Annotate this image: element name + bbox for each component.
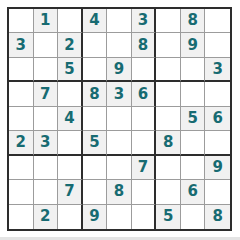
cell-r1c9[interactable] [205,9,230,33]
cell-r3c6[interactable] [132,58,157,82]
cell-r2c1: 3 [9,33,34,57]
cell-r6c1: 2 [9,131,34,155]
cell-r7c1[interactable] [9,156,34,180]
cell-r6c5[interactable] [107,131,132,155]
cell-r8c4[interactable] [83,180,108,204]
cell-r2c6: 8 [132,33,157,57]
sudoku-page: 1438328959378364562358797862958 [0,0,240,240]
cell-r8c3: 7 [58,180,83,204]
cell-r4c3[interactable] [58,82,83,106]
cell-r5c9: 6 [205,107,230,131]
cell-r2c5[interactable] [107,33,132,57]
cell-r4c2: 7 [34,82,59,106]
cell-r2c2[interactable] [34,33,59,57]
cell-r2c3: 2 [58,33,83,57]
cell-r6c8[interactable] [181,131,206,155]
cell-r1c4: 4 [83,9,108,33]
cell-r5c7[interactable] [156,107,181,131]
cell-r3c5: 9 [107,58,132,82]
cell-r5c5[interactable] [107,107,132,131]
cell-r1c2: 1 [34,9,59,33]
cell-r3c9: 3 [205,58,230,82]
cell-r2c7[interactable] [156,33,181,57]
cell-r8c6[interactable] [132,180,157,204]
cell-r6c2: 3 [34,131,59,155]
cell-r9c3[interactable] [58,205,83,229]
cell-r2c9[interactable] [205,33,230,57]
cell-r1c7[interactable] [156,9,181,33]
cell-r5c3: 4 [58,107,83,131]
cell-r4c4: 8 [83,82,108,106]
cell-r7c2[interactable] [34,156,59,180]
cell-r5c1[interactable] [9,107,34,131]
cell-r6c7: 8 [156,131,181,155]
cell-r7c4[interactable] [83,156,108,180]
cell-r8c5: 8 [107,180,132,204]
cell-r6c6[interactable] [132,131,157,155]
cell-r4c9[interactable] [205,82,230,106]
cell-r4c7[interactable] [156,82,181,106]
cell-r7c7[interactable] [156,156,181,180]
cell-r7c8[interactable] [181,156,206,180]
cell-r3c3: 5 [58,58,83,82]
cell-r3c2[interactable] [34,58,59,82]
cell-r9c2: 2 [34,205,59,229]
cell-r8c7[interactable] [156,180,181,204]
cell-r3c4[interactable] [83,58,108,82]
cell-r6c3[interactable] [58,131,83,155]
cell-r9c1[interactable] [9,205,34,229]
cell-r2c8: 9 [181,33,206,57]
cell-r1c3[interactable] [58,9,83,33]
cell-r1c6: 3 [132,9,157,33]
cell-r7c6: 7 [132,156,157,180]
cell-r6c4: 5 [83,131,108,155]
cell-r3c1[interactable] [9,58,34,82]
cell-r6c9[interactable] [205,131,230,155]
cell-r9c9: 8 [205,205,230,229]
cell-r5c4[interactable] [83,107,108,131]
cell-r9c5[interactable] [107,205,132,229]
cell-r7c5[interactable] [107,156,132,180]
cell-r5c8: 5 [181,107,206,131]
cell-r5c6[interactable] [132,107,157,131]
cell-r9c4: 9 [83,205,108,229]
cell-r1c1[interactable] [9,9,34,33]
cell-r4c8[interactable] [181,82,206,106]
cell-r3c8[interactable] [181,58,206,82]
cell-r4c5: 3 [107,82,132,106]
cell-r4c6: 6 [132,82,157,106]
cell-r1c8: 8 [181,9,206,33]
cell-r7c9: 9 [205,156,230,180]
cell-r9c8[interactable] [181,205,206,229]
cell-r1c5[interactable] [107,9,132,33]
cell-r7c3[interactable] [58,156,83,180]
cell-r8c9[interactable] [205,180,230,204]
cell-r9c7: 5 [156,205,181,229]
cell-r8c8: 6 [181,180,206,204]
cell-r8c2[interactable] [34,180,59,204]
cell-r5c2[interactable] [34,107,59,131]
cell-r4c1[interactable] [9,82,34,106]
cell-r9c6[interactable] [132,205,157,229]
cell-r2c4[interactable] [83,33,108,57]
cell-r3c7[interactable] [156,58,181,82]
sudoku-board: 1438328959378364562358797862958 [7,7,232,231]
cell-r8c1[interactable] [9,180,34,204]
